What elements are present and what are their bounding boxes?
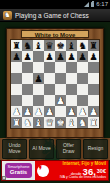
square-b5[interactable]: [22, 73, 33, 84]
piece-black-pawn[interactable]: ♟: [11, 51, 22, 62]
piece-white-pawn[interactable]: ♟: [22, 106, 33, 117]
piece-white-pawn[interactable]: ♟: [44, 106, 55, 117]
square-d2[interactable]: ♟: [44, 106, 55, 117]
app-icon: ♞: [3, 11, 12, 20]
piece-white-queen[interactable]: ♛: [44, 117, 55, 128]
square-a5[interactable]: [11, 73, 22, 84]
button-row: Undo MoveAI MoveOffer DrawResign: [0, 139, 110, 159]
square-h6[interactable]: [88, 62, 99, 73]
ad-text-area: Internet, Fijo y Móvil desde 36, 30€ IVA…: [50, 161, 108, 180]
square-e5[interactable]: [55, 73, 66, 84]
status-bar: 6:17: [0, 0, 110, 9]
square-h8[interactable]: ♜: [88, 40, 99, 51]
turn-indicator: White to Move: [21, 30, 89, 38]
piece-white-pawn[interactable]: ♟: [33, 106, 44, 117]
square-f4[interactable]: [66, 84, 77, 95]
piece-black-king[interactable]: ♚: [55, 40, 66, 51]
piece-white-pawn[interactable]: ♟: [77, 106, 88, 117]
square-h1[interactable]: ♜: [88, 117, 99, 128]
square-d6[interactable]: [44, 62, 55, 73]
square-c2[interactable]: ♟: [33, 106, 44, 117]
piece-white-rook[interactable]: ♜: [11, 117, 22, 128]
square-e4[interactable]: [55, 84, 66, 95]
resign-button[interactable]: Resign: [83, 139, 108, 159]
square-f7[interactable]: ♟: [66, 51, 77, 62]
square-d4[interactable]: [44, 84, 55, 95]
square-f3[interactable]: [66, 95, 77, 106]
square-a4[interactable]: [11, 84, 22, 95]
square-h3[interactable]: [88, 95, 99, 106]
square-b1[interactable]: ♞: [22, 117, 33, 128]
piece-black-pawn[interactable]: ♟: [22, 51, 33, 62]
square-b6[interactable]: [22, 62, 33, 73]
ad-info-icon[interactable]: [2, 176, 6, 180]
square-d3[interactable]: [44, 95, 55, 106]
square-g3[interactable]: [77, 95, 88, 106]
square-a6[interactable]: [11, 62, 22, 73]
square-a1[interactable]: ♜: [11, 117, 22, 128]
square-h7[interactable]: ♟: [88, 51, 99, 62]
square-f2[interactable]: ♟: [66, 106, 77, 117]
board-frame: White to Move ♜♞♝♛♚♝♞♜♟♟♟♟♟♟♟♟♟♟♟♟♟♟♟♟♜♞…: [6, 28, 104, 138]
ai-move-button[interactable]: AI Move: [29, 139, 54, 159]
square-e7[interactable]: ♟: [55, 51, 66, 62]
piece-black-pawn[interactable]: ♟: [66, 51, 77, 62]
square-g8[interactable]: ♞: [77, 40, 88, 51]
piece-white-bishop[interactable]: ♝: [33, 117, 44, 128]
piece-black-bishop[interactable]: ♝: [66, 40, 77, 51]
piece-white-bishop[interactable]: ♝: [66, 117, 77, 128]
square-c8[interactable]: ♝: [33, 40, 44, 51]
square-e2[interactable]: [55, 106, 66, 117]
piece-white-pawn[interactable]: ♟: [11, 106, 22, 117]
square-g5[interactable]: [77, 73, 88, 84]
ad-footnote: IVA y Cuota de línea incluidos: [50, 176, 106, 180]
title-bar: ♞ Playing a Game of Chess: [0, 9, 110, 22]
square-b8[interactable]: ♞: [22, 40, 33, 51]
controls-panel: ♞ Undo MoveAI MoveOffer DrawResign: [0, 138, 110, 160]
square-d5[interactable]: [44, 73, 55, 84]
piece-black-rook[interactable]: ♜: [88, 40, 99, 51]
piece-white-knight[interactable]: ♞: [77, 117, 88, 128]
chess-board[interactable]: ♜♞♝♛♚♝♞♜♟♟♟♟♟♟♟♟♟♟♟♟♟♟♟♟♜♞♝♛♚♝♞♜: [10, 39, 100, 129]
signal-icon: [84, 2, 89, 7]
piece-black-pawn[interactable]: ♟: [88, 51, 99, 62]
square-b4[interactable]: [22, 84, 33, 95]
status-clock: 6:17: [96, 0, 108, 9]
square-c1[interactable]: ♝: [33, 117, 44, 128]
square-f5[interactable]: [66, 73, 77, 84]
square-b3[interactable]: [22, 95, 33, 106]
ad-price-decimals: 30€: [97, 169, 106, 175]
piece-black-pawn[interactable]: ♟: [44, 51, 55, 62]
ad-badge[interactable]: Smartphone Gratis: [5, 163, 33, 178]
ad-badge-line2: Gratis: [8, 169, 30, 176]
piece-white-knight[interactable]: ♞: [22, 117, 33, 128]
square-h4[interactable]: [88, 84, 99, 95]
piece-white-rook[interactable]: ♜: [88, 117, 99, 128]
square-b7[interactable]: ♟: [22, 51, 33, 62]
square-a2[interactable]: ♟: [11, 106, 22, 117]
square-d1[interactable]: ♛: [44, 117, 55, 128]
square-c5[interactable]: ♟: [33, 73, 44, 84]
ad-badge-area[interactable]: Smartphone Gratis: [2, 161, 35, 180]
square-c4[interactable]: [33, 84, 44, 95]
piece-black-bishop[interactable]: ♝: [33, 40, 44, 51]
piece-black-pawn[interactable]: ♟: [55, 51, 66, 62]
square-a3[interactable]: [11, 95, 22, 106]
piece-black-rook[interactable]: ♜: [11, 40, 22, 51]
square-h5[interactable]: [88, 73, 99, 84]
square-c6[interactable]: [33, 62, 44, 73]
piece-black-knight[interactable]: ♞: [77, 40, 88, 51]
piece-white-pawn[interactable]: ♟: [55, 95, 66, 106]
square-g1[interactable]: ♞: [77, 117, 88, 128]
app-title: Playing a Game of Chess: [15, 12, 89, 19]
battery-icon: [91, 2, 94, 7]
square-g6[interactable]: [77, 62, 88, 73]
square-d7[interactable]: ♟: [44, 51, 55, 62]
square-e6[interactable]: [55, 62, 66, 73]
phone-screen: 6:17 ♞ Playing a Game of Chess White to …: [0, 0, 110, 183]
piece-white-pawn[interactable]: ♟: [66, 106, 77, 117]
square-g7[interactable]: ♟: [77, 51, 88, 62]
square-f8[interactable]: ♝: [66, 40, 77, 51]
square-c7[interactable]: [33, 51, 44, 62]
square-c3[interactable]: [33, 95, 44, 106]
square-h2[interactable]: ♟: [88, 106, 99, 117]
square-e1[interactable]: ♚: [55, 117, 66, 128]
undo-move-button[interactable]: Undo Move: [2, 139, 27, 159]
square-e3[interactable]: ♟: [55, 95, 66, 106]
square-d8[interactable]: ♛: [44, 40, 55, 51]
vodafone-logo-icon: [37, 165, 49, 177]
square-a7[interactable]: ♟: [11, 51, 22, 62]
offer-draw-button[interactable]: Offer Draw: [56, 139, 81, 159]
piece-black-pawn[interactable]: ♟: [33, 73, 44, 84]
piece-white-pawn[interactable]: ♟: [88, 106, 99, 117]
ad-logo-area: [35, 161, 50, 180]
square-e8[interactable]: ♚: [55, 40, 66, 51]
square-f1[interactable]: ♝: [66, 117, 77, 128]
piece-black-pawn[interactable]: ♟: [77, 51, 88, 62]
square-f6[interactable]: [66, 62, 77, 73]
square-g4[interactable]: [77, 84, 88, 95]
square-b2[interactable]: ♟: [22, 106, 33, 117]
game-area: White to Move ♜♞♝♛♚♝♞♜♟♟♟♟♟♟♟♟♟♟♟♟♟♟♟♟♜♞…: [0, 22, 110, 183]
piece-black-queen[interactable]: ♛: [44, 40, 55, 51]
square-a8[interactable]: ♜: [11, 40, 22, 51]
piece-black-knight[interactable]: ♞: [22, 40, 33, 51]
piece-white-king[interactable]: ♚: [55, 117, 66, 128]
square-g2[interactable]: ♟: [77, 106, 88, 117]
ad-banner[interactable]: Smartphone Gratis Internet, Fijo y Móvil…: [1, 160, 109, 181]
